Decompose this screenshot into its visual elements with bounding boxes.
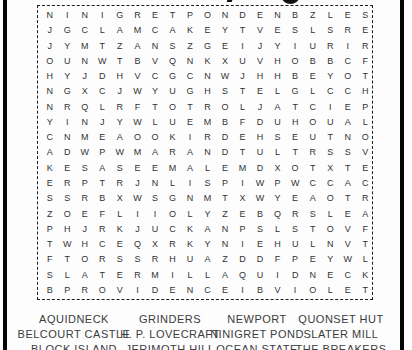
grid-cell-r10c5[interactable]: W <box>111 145 129 160</box>
grid-cell-r11c9[interactable]: A <box>181 161 199 176</box>
grid-cell-r1c13[interactable]: E <box>251 8 269 23</box>
grid-cell-r10c12[interactable]: T <box>234 145 252 160</box>
grid-cell-r16c8[interactable]: R <box>164 237 182 252</box>
grid-cell-r9c19[interactable]: O <box>356 130 374 145</box>
grid-cell-r18c3[interactable]: A <box>76 267 94 282</box>
grid-cell-r11c3[interactable]: S <box>76 161 94 176</box>
grid-cell-r2c19[interactable]: E <box>356 23 374 38</box>
grid-cell-r17c7[interactable]: R <box>146 252 164 267</box>
grid-cell-r9c2[interactable]: N <box>59 130 77 145</box>
grid-cell-r19c2[interactable]: P <box>59 283 77 298</box>
grid-cell-r5c18[interactable]: O <box>339 69 357 84</box>
grid-cell-r2c1[interactable]: J <box>41 23 59 38</box>
grid-cell-r10c2[interactable]: D <box>59 145 77 160</box>
grid-cell-r12c11[interactable]: P <box>216 176 234 191</box>
grid-cell-r9c9[interactable]: I <box>181 130 199 145</box>
grid-cell-r1c16[interactable]: Z <box>304 8 322 23</box>
grid-cell-r13c14[interactable]: Y <box>269 191 287 206</box>
grid-cell-r18c11[interactable]: A <box>216 267 234 282</box>
grid-cell-r3c19[interactable]: R <box>356 39 374 54</box>
grid-cell-r6c13[interactable]: E <box>251 84 269 99</box>
grid-cell-r14c2[interactable]: O <box>59 206 77 221</box>
grid-cell-r17c8[interactable]: H <box>164 252 182 267</box>
grid-cell-r8c12[interactable]: F <box>234 115 252 130</box>
grid-cell-r10c11[interactable]: D <box>216 145 234 160</box>
grid-cell-r5c6[interactable]: V <box>129 69 147 84</box>
grid-cell-r19c13[interactable]: B <box>251 283 269 298</box>
grid-cell-r12c17[interactable]: C <box>321 176 339 191</box>
grid-cell-r6c3[interactable]: X <box>76 84 94 99</box>
grid-cell-r7c16[interactable]: C <box>304 100 322 115</box>
grid-cell-r14c16[interactable]: S <box>304 206 322 221</box>
grid-cell-r5c7[interactable]: C <box>146 69 164 84</box>
grid-cell-r16c3[interactable]: H <box>76 237 94 252</box>
grid-cell-r6c8[interactable]: U <box>164 84 182 99</box>
grid-cell-r16c1[interactable]: T <box>41 237 59 252</box>
grid-cell-r2c13[interactable]: V <box>251 23 269 38</box>
grid-cell-r5c1[interactable]: H <box>41 69 59 84</box>
grid-cell-r14c18[interactable]: E <box>339 206 357 221</box>
grid-cell-r15c5[interactable]: K <box>111 222 129 237</box>
grid-cell-r19c14[interactable]: V <box>269 283 287 298</box>
grid-cell-r1c8[interactable]: T <box>164 8 182 23</box>
grid-cell-r5c16[interactable]: E <box>304 69 322 84</box>
grid-cell-r6c10[interactable]: H <box>199 84 217 99</box>
grid-cell-r16c12[interactable]: I <box>234 237 252 252</box>
grid-cell-r11c5[interactable]: S <box>111 161 129 176</box>
grid-cell-r10c17[interactable]: S <box>321 145 339 160</box>
grid-cell-r7c1[interactable]: N <box>41 100 59 115</box>
grid-cell-r2c12[interactable]: T <box>234 23 252 38</box>
grid-cell-r6c14[interactable]: L <box>269 84 287 99</box>
grid-cell-r12c13[interactable]: W <box>251 176 269 191</box>
grid-cell-r15c9[interactable]: K <box>181 222 199 237</box>
grid-cell-r17c10[interactable]: A <box>199 252 217 267</box>
grid-cell-r13c17[interactable]: O <box>321 191 339 206</box>
grid-cell-r17c16[interactable]: E <box>304 252 322 267</box>
grid-cell-r9c14[interactable]: S <box>269 130 287 145</box>
grid-cell-r15c1[interactable]: P <box>41 222 59 237</box>
grid-cell-r15c4[interactable]: R <box>94 222 112 237</box>
grid-cell-r4c8[interactable]: Q <box>164 54 182 69</box>
grid-cell-r15c3[interactable]: J <box>76 222 94 237</box>
grid-cell-r3c5[interactable]: Z <box>111 39 129 54</box>
grid-cell-r3c4[interactable]: T <box>94 39 112 54</box>
grid-cell-r13c11[interactable]: T <box>216 191 234 206</box>
grid-cell-r12c12[interactable]: I <box>234 176 252 191</box>
grid-cell-r10c8[interactable]: R <box>164 145 182 160</box>
grid-cell-r18c19[interactable]: K <box>356 267 374 282</box>
grid-cell-r9c6[interactable]: O <box>129 130 147 145</box>
grid-cell-r17c13[interactable]: D <box>251 252 269 267</box>
grid-cell-r1c18[interactable]: E <box>339 8 357 23</box>
grid-cell-r3c15[interactable]: I <box>286 39 304 54</box>
grid-cell-r10c19[interactable]: V <box>356 145 374 160</box>
grid-cell-r19c12[interactable]: I <box>234 283 252 298</box>
grid-cell-r17c9[interactable]: U <box>181 252 199 267</box>
grid-cell-r19c17[interactable]: L <box>321 283 339 298</box>
grid-cell-r7c4[interactable]: L <box>94 100 112 115</box>
grid-cell-r7c18[interactable]: E <box>339 100 357 115</box>
grid-cell-r1c17[interactable]: L <box>321 8 339 23</box>
grid-cell-r1c6[interactable]: R <box>129 8 147 23</box>
grid-cell-r18c16[interactable]: N <box>304 267 322 282</box>
grid-cell-r2c7[interactable]: C <box>146 23 164 38</box>
grid-cell-r8c6[interactable]: W <box>129 115 147 130</box>
grid-cell-r13c2[interactable]: S <box>59 191 77 206</box>
grid-cell-r15c11[interactable]: N <box>216 222 234 237</box>
grid-cell-r19c11[interactable]: E <box>216 283 234 298</box>
grid-cell-r9c7[interactable]: O <box>146 130 164 145</box>
grid-cell-r2c10[interactable]: E <box>199 23 217 38</box>
grid-cell-r14c9[interactable]: L <box>181 206 199 221</box>
grid-cell-r17c1[interactable]: F <box>41 252 59 267</box>
grid-cell-r4c16[interactable]: B <box>304 54 322 69</box>
grid-cell-r1c10[interactable]: O <box>199 8 217 23</box>
grid-cell-r7c7[interactable]: T <box>146 100 164 115</box>
grid-cell-r14c17[interactable]: L <box>321 206 339 221</box>
grid-cell-r16c5[interactable]: E <box>111 237 129 252</box>
grid-cell-r8c11[interactable]: B <box>216 115 234 130</box>
grid-cell-r8c13[interactable]: D <box>251 115 269 130</box>
grid-cell-r19c19[interactable]: T <box>356 283 374 298</box>
grid-cell-r7c14[interactable]: A <box>269 100 287 115</box>
grid-cell-r14c19[interactable]: A <box>356 206 374 221</box>
grid-cell-r11c1[interactable]: K <box>41 161 59 176</box>
grid-cell-r19c1[interactable]: B <box>41 283 59 298</box>
grid-cell-r11c15[interactable]: O <box>286 161 304 176</box>
grid-cell-r8c16[interactable]: O <box>304 115 322 130</box>
grid-cell-r12c15[interactable]: W <box>286 176 304 191</box>
grid-cell-r7c19[interactable]: P <box>356 100 374 115</box>
grid-cell-r4c17[interactable]: B <box>321 54 339 69</box>
grid-cell-r11c2[interactable]: E <box>59 161 77 176</box>
grid-cell-r14c4[interactable]: F <box>94 206 112 221</box>
grid-cell-r5c5[interactable]: H <box>111 69 129 84</box>
grid-cell-r19c7[interactable]: D <box>146 283 164 298</box>
grid-cell-r10c9[interactable]: A <box>181 145 199 160</box>
grid-cell-r8c19[interactable]: L <box>356 115 374 130</box>
grid-cell-r6c11[interactable]: S <box>216 84 234 99</box>
grid-cell-r9c3[interactable]: M <box>76 130 94 145</box>
grid-cell-r14c14[interactable]: Q <box>269 206 287 221</box>
grid-cell-r3c13[interactable]: J <box>251 39 269 54</box>
grid-cell-r15c17[interactable]: O <box>321 222 339 237</box>
grid-cell-r7c15[interactable]: T <box>286 100 304 115</box>
grid-cell-r11c14[interactable]: X <box>269 161 287 176</box>
grid-cell-r16c17[interactable]: N <box>321 237 339 252</box>
grid-cell-r17c17[interactable]: Y <box>321 252 339 267</box>
grid-cell-r8c18[interactable]: A <box>339 115 357 130</box>
grid-cell-r11c8[interactable]: M <box>164 161 182 176</box>
grid-cell-r19c8[interactable]: E <box>164 283 182 298</box>
grid-cell-r19c9[interactable]: N <box>181 283 199 298</box>
grid-cell-r13c5[interactable]: X <box>111 191 129 206</box>
grid-cell-r12c2[interactable]: R <box>59 176 77 191</box>
grid-cell-r11c13[interactable]: D <box>251 161 269 176</box>
grid-cell-r3c8[interactable]: S <box>164 39 182 54</box>
grid-cell-r4c2[interactable]: U <box>59 54 77 69</box>
grid-cell-r7c2[interactable]: R <box>59 100 77 115</box>
grid-cell-r8c10[interactable]: M <box>199 115 217 130</box>
grid-cell-r15c12[interactable]: P <box>234 222 252 237</box>
grid-cell-r7c11[interactable]: O <box>216 100 234 115</box>
grid-cell-r12c4[interactable]: T <box>94 176 112 191</box>
grid-cell-r16c15[interactable]: U <box>286 237 304 252</box>
grid-cell-r12c19[interactable]: C <box>356 176 374 191</box>
grid-cell-r8c8[interactable]: U <box>164 115 182 130</box>
grid-cell-r3c18[interactable]: I <box>339 39 357 54</box>
grid-cell-r4c19[interactable]: F <box>356 54 374 69</box>
grid-cell-r4c18[interactable]: C <box>339 54 357 69</box>
grid-cell-r1c15[interactable]: B <box>286 8 304 23</box>
grid-cell-r8c3[interactable]: N <box>76 115 94 130</box>
grid-cell-r19c5[interactable]: V <box>111 283 129 298</box>
grid-cell-r12c6[interactable]: J <box>129 176 147 191</box>
grid-cell-r5c14[interactable]: H <box>269 69 287 84</box>
grid-cell-r15c2[interactable]: H <box>59 222 77 237</box>
grid-cell-r5c13[interactable]: H <box>251 69 269 84</box>
grid-cell-r13c4[interactable]: B <box>94 191 112 206</box>
grid-cell-r12c7[interactable]: N <box>146 176 164 191</box>
grid-cell-r6c6[interactable]: W <box>129 84 147 99</box>
grid-cell-r12c10[interactable]: S <box>199 176 217 191</box>
grid-cell-r9c8[interactable]: K <box>164 130 182 145</box>
grid-cell-r11c10[interactable]: L <box>199 161 217 176</box>
grid-cell-r9c11[interactable]: D <box>216 130 234 145</box>
grid-cell-r4c12[interactable]: U <box>234 54 252 69</box>
grid-cell-r19c15[interactable]: I <box>286 283 304 298</box>
grid-cell-r1c3[interactable]: N <box>76 8 94 23</box>
grid-cell-r18c18[interactable]: C <box>339 267 357 282</box>
grid-cell-r4c5[interactable]: T <box>111 54 129 69</box>
grid-cell-r8c9[interactable]: E <box>181 115 199 130</box>
grid-cell-r12c14[interactable]: P <box>269 176 287 191</box>
grid-cell-r6c17[interactable]: C <box>321 84 339 99</box>
grid-cell-r11c16[interactable]: T <box>304 161 322 176</box>
grid-cell-r18c2[interactable]: L <box>59 267 77 282</box>
grid-cell-r8c2[interactable]: I <box>59 115 77 130</box>
grid-cell-r15c8[interactable]: C <box>164 222 182 237</box>
grid-cell-r5c8[interactable]: G <box>164 69 182 84</box>
grid-cell-r18c17[interactable]: E <box>321 267 339 282</box>
grid-cell-r14c5[interactable]: L <box>111 206 129 221</box>
grid-cell-r3c3[interactable]: M <box>76 39 94 54</box>
grid-cell-r1c14[interactable]: N <box>269 8 287 23</box>
grid-cell-r6c18[interactable]: C <box>339 84 357 99</box>
grid-cell-r12c9[interactable]: I <box>181 176 199 191</box>
grid-cell-r3c6[interactable]: A <box>129 39 147 54</box>
grid-cell-r17c2[interactable]: T <box>59 252 77 267</box>
grid-cell-r12c3[interactable]: P <box>76 176 94 191</box>
grid-cell-r18c15[interactable]: D <box>286 267 304 282</box>
grid-cell-r13c10[interactable]: M <box>199 191 217 206</box>
grid-cell-r2c14[interactable]: E <box>269 23 287 38</box>
grid-cell-r7c12[interactable]: L <box>234 100 252 115</box>
grid-cell-r8c15[interactable]: H <box>286 115 304 130</box>
grid-cell-r9c18[interactable]: N <box>339 130 357 145</box>
grid-cell-r13c12[interactable]: X <box>234 191 252 206</box>
grid-cell-r3c17[interactable]: R <box>321 39 339 54</box>
grid-cell-r3c1[interactable]: J <box>41 39 59 54</box>
grid-cell-r9c4[interactable]: E <box>94 130 112 145</box>
grid-cell-r10c18[interactable]: S <box>339 145 357 160</box>
grid-cell-r4c9[interactable]: N <box>181 54 199 69</box>
grid-cell-r7c10[interactable]: R <box>199 100 217 115</box>
grid-cell-r7c5[interactable]: R <box>111 100 129 115</box>
grid-cell-r2c17[interactable]: S <box>321 23 339 38</box>
grid-cell-r11c12[interactable]: M <box>234 161 252 176</box>
grid-cell-r16c13[interactable]: E <box>251 237 269 252</box>
grid-cell-r11c18[interactable]: T <box>339 161 357 176</box>
grid-cell-r1c9[interactable]: P <box>181 8 199 23</box>
grid-cell-r2c3[interactable]: C <box>76 23 94 38</box>
grid-cell-r13c18[interactable]: T <box>339 191 357 206</box>
grid-cell-r2c2[interactable]: G <box>59 23 77 38</box>
grid-cell-r5c10[interactable]: N <box>199 69 217 84</box>
grid-cell-r6c12[interactable]: T <box>234 84 252 99</box>
grid-cell-r18c12[interactable]: Q <box>234 267 252 282</box>
grid-cell-r3c14[interactable]: Y <box>269 39 287 54</box>
grid-cell-r12c16[interactable]: C <box>304 176 322 191</box>
grid-cell-r8c17[interactable]: U <box>321 115 339 130</box>
grid-cell-r13c6[interactable]: W <box>129 191 147 206</box>
grid-cell-r15c18[interactable]: V <box>339 222 357 237</box>
grid-cell-r4c3[interactable]: N <box>76 54 94 69</box>
grid-cell-r6c5[interactable]: J <box>111 84 129 99</box>
grid-cell-r17c6[interactable]: S <box>129 252 147 267</box>
grid-cell-r17c5[interactable]: S <box>111 252 129 267</box>
grid-cell-r16c4[interactable]: C <box>94 237 112 252</box>
grid-cell-r2c6[interactable]: M <box>129 23 147 38</box>
grid-cell-r4c15[interactable]: O <box>286 54 304 69</box>
grid-cell-r9c1[interactable]: C <box>41 130 59 145</box>
grid-cell-r9c10[interactable]: R <box>199 130 217 145</box>
grid-cell-r4c10[interactable]: K <box>199 54 217 69</box>
grid-cell-r13c1[interactable]: S <box>41 191 59 206</box>
grid-cell-r16c2[interactable]: W <box>59 237 77 252</box>
grid-cell-r14c7[interactable]: I <box>146 206 164 221</box>
grid-cell-r16c6[interactable]: Q <box>129 237 147 252</box>
grid-cell-r11c17[interactable]: X <box>321 161 339 176</box>
grid-cell-r1c7[interactable]: E <box>146 8 164 23</box>
grid-cell-r3c2[interactable]: Y <box>59 39 77 54</box>
grid-cell-r15c19[interactable]: F <box>356 222 374 237</box>
grid-cell-r8c14[interactable]: U <box>269 115 287 130</box>
grid-cell-r1c11[interactable]: N <box>216 8 234 23</box>
grid-cell-r15c6[interactable]: J <box>129 222 147 237</box>
grid-cell-r9c13[interactable]: H <box>251 130 269 145</box>
grid-cell-r5c4[interactable]: D <box>94 69 112 84</box>
grid-cell-r4c4[interactable]: W <box>94 54 112 69</box>
grid-cell-r15c13[interactable]: S <box>251 222 269 237</box>
grid-cell-r10c10[interactable]: N <box>199 145 217 160</box>
grid-cell-r18c7[interactable]: M <box>146 267 164 282</box>
grid-cell-r14c1[interactable]: Z <box>41 206 59 221</box>
grid-cell-r4c11[interactable]: X <box>216 54 234 69</box>
grid-cell-r14c15[interactable]: R <box>286 206 304 221</box>
grid-cell-r19c4[interactable]: O <box>94 283 112 298</box>
grid-cell-r4c14[interactable]: H <box>269 54 287 69</box>
grid-cell-r4c7[interactable]: V <box>146 54 164 69</box>
grid-cell-r11c19[interactable]: E <box>356 161 374 176</box>
grid-cell-r3c11[interactable]: E <box>216 39 234 54</box>
grid-cell-r7c9[interactable]: T <box>181 100 199 115</box>
grid-cell-r17c4[interactable]: R <box>94 252 112 267</box>
grid-cell-r18c5[interactable]: E <box>111 267 129 282</box>
grid-cell-r3c12[interactable]: I <box>234 39 252 54</box>
grid-cell-r16c18[interactable]: V <box>339 237 357 252</box>
grid-cell-r16c16[interactable]: L <box>304 237 322 252</box>
grid-cell-r18c1[interactable]: S <box>41 267 59 282</box>
grid-cell-r10c4[interactable]: P <box>94 145 112 160</box>
grid-cell-r13c13[interactable]: W <box>251 191 269 206</box>
grid-cell-r16c11[interactable]: N <box>216 237 234 252</box>
grid-cell-r14c13[interactable]: B <box>251 206 269 221</box>
grid-cell-r13c8[interactable]: G <box>164 191 182 206</box>
grid-cell-r5c15[interactable]: B <box>286 69 304 84</box>
grid-cell-r4c1[interactable]: O <box>41 54 59 69</box>
grid-cell-r1c1[interactable]: N <box>41 8 59 23</box>
grid-cell-r18c4[interactable]: T <box>94 267 112 282</box>
grid-cell-r16c10[interactable]: Y <box>199 237 217 252</box>
grid-cell-r12c1[interactable]: E <box>41 176 59 191</box>
grid-cell-r19c16[interactable]: O <box>304 283 322 298</box>
grid-cell-r6c2[interactable]: G <box>59 84 77 99</box>
grid-cell-r9c17[interactable]: T <box>321 130 339 145</box>
grid-cell-r1c12[interactable]: D <box>234 8 252 23</box>
grid-cell-r15c10[interactable]: A <box>199 222 217 237</box>
grid-cell-r18c6[interactable]: R <box>129 267 147 282</box>
grid-cell-r18c9[interactable]: L <box>181 267 199 282</box>
grid-cell-r12c18[interactable]: A <box>339 176 357 191</box>
grid-cell-r5c3[interactable]: J <box>76 69 94 84</box>
grid-cell-r10c7[interactable]: A <box>146 145 164 160</box>
grid-cell-r9c15[interactable]: E <box>286 130 304 145</box>
grid-cell-r9c16[interactable]: U <box>304 130 322 145</box>
grid-cell-r2c9[interactable]: K <box>181 23 199 38</box>
grid-cell-r8c7[interactable]: L <box>146 115 164 130</box>
grid-cell-r11c7[interactable]: E <box>146 161 164 176</box>
grid-cell-r16c14[interactable]: H <box>269 237 287 252</box>
grid-cell-r12c5[interactable]: R <box>111 176 129 191</box>
grid-cell-r6c16[interactable]: L <box>304 84 322 99</box>
grid-cell-r5c12[interactable]: J <box>234 69 252 84</box>
grid-cell-r19c10[interactable]: C <box>199 283 217 298</box>
grid-cell-r2c15[interactable]: S <box>286 23 304 38</box>
grid-cell-r10c3[interactable]: W <box>76 145 94 160</box>
grid-cell-r17c3[interactable]: O <box>76 252 94 267</box>
grid-cell-r6c1[interactable]: N <box>41 84 59 99</box>
grid-cell-r13c15[interactable]: E <box>286 191 304 206</box>
grid-cell-r2c8[interactable]: A <box>164 23 182 38</box>
grid-cell-r4c13[interactable]: V <box>251 54 269 69</box>
grid-cell-r17c19[interactable]: L <box>356 252 374 267</box>
grid-cell-r18c14[interactable]: I <box>269 267 287 282</box>
grid-cell-r1c4[interactable]: I <box>94 8 112 23</box>
grid-cell-r6c9[interactable]: G <box>181 84 199 99</box>
grid-cell-r3c7[interactable]: N <box>146 39 164 54</box>
grid-cell-r16c7[interactable]: X <box>146 237 164 252</box>
grid-cell-r18c10[interactable]: L <box>199 267 217 282</box>
grid-cell-r2c16[interactable]: L <box>304 23 322 38</box>
grid-cell-r2c11[interactable]: Y <box>216 23 234 38</box>
grid-cell-r5c19[interactable]: T <box>356 69 374 84</box>
grid-cell-r14c10[interactable]: Y <box>199 206 217 221</box>
grid-cell-r19c3[interactable]: R <box>76 283 94 298</box>
grid-cell-r2c18[interactable]: R <box>339 23 357 38</box>
grid-cell-r7c17[interactable]: I <box>321 100 339 115</box>
